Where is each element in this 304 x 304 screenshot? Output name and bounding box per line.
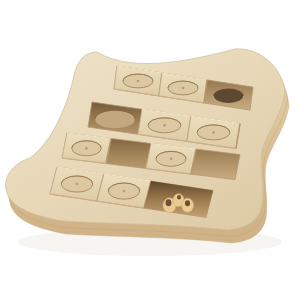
slider-block[interactable] — [62, 133, 111, 164]
recess-center-dot — [163, 124, 166, 127]
puzzle-board — [0, 0, 304, 304]
recess-center-dot — [123, 190, 126, 193]
slider-block[interactable] — [146, 144, 196, 175]
treat-well-deep — [213, 88, 243, 103]
recess-center-dot — [76, 183, 79, 186]
treat-well-shallow — [95, 110, 135, 128]
recess-center-dot — [137, 80, 140, 83]
treat-spot — [166, 199, 172, 206]
recess-center-dot — [182, 87, 185, 90]
recess-center-dot — [212, 131, 215, 134]
treat[interactable] — [182, 198, 194, 212]
recess-center-dot — [85, 147, 88, 150]
product-photo — [0, 0, 304, 304]
treat-spot — [185, 200, 190, 206]
treat-spot — [177, 195, 181, 199]
recess-center-dot — [170, 158, 173, 161]
